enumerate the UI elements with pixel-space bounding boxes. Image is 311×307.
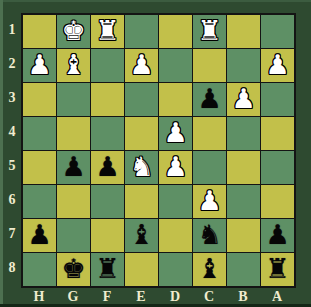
square-a2[interactable]: ♟ <box>261 49 294 82</box>
square-h5[interactable] <box>23 151 56 184</box>
square-f3[interactable] <box>91 83 124 116</box>
square-h1[interactable] <box>23 15 56 48</box>
square-d4[interactable]: ♟ <box>159 117 192 150</box>
rank-labels: 12345678 <box>3 13 21 285</box>
black-pawn-icon: ♟ <box>265 218 289 251</box>
chess-board: ♚♜♜♟♝♟♟♟♟♟♟♟♞♟♟♟♝♞♟♚♜♝♜ <box>21 13 296 288</box>
square-e1[interactable] <box>125 15 158 48</box>
square-a3[interactable] <box>261 83 294 116</box>
square-c4[interactable] <box>193 117 226 150</box>
rank-label-1: 1 <box>3 13 21 47</box>
rank-label-5: 5 <box>3 149 21 183</box>
square-d7[interactable] <box>159 219 192 252</box>
white-pawn-icon: ♟ <box>129 48 153 81</box>
square-c6[interactable]: ♟ <box>193 185 226 218</box>
white-pawn-icon: ♟ <box>27 48 51 81</box>
black-knight-icon: ♞ <box>197 218 221 251</box>
rank-label-7: 7 <box>3 217 21 251</box>
square-d6[interactable] <box>159 185 192 218</box>
black-rook-icon: ♜ <box>95 252 119 285</box>
black-pawn-icon: ♟ <box>61 150 85 183</box>
rank-label-8: 8 <box>3 251 21 285</box>
square-h8[interactable] <box>23 253 56 286</box>
rank-label-2: 2 <box>3 47 21 81</box>
black-bishop-icon: ♝ <box>129 218 153 251</box>
square-h6[interactable] <box>23 185 56 218</box>
square-a1[interactable] <box>261 15 294 48</box>
square-f2[interactable] <box>91 49 124 82</box>
square-a7[interactable]: ♟ <box>261 219 294 252</box>
white-rook-icon: ♜ <box>197 14 221 47</box>
square-d5[interactable]: ♟ <box>159 151 192 184</box>
square-h4[interactable] <box>23 117 56 150</box>
square-b7[interactable] <box>227 219 260 252</box>
square-f5[interactable]: ♟ <box>91 151 124 184</box>
white-bishop-icon: ♝ <box>61 48 85 81</box>
square-d8[interactable] <box>159 253 192 286</box>
square-g5[interactable]: ♟ <box>57 151 90 184</box>
square-g1[interactable]: ♚ <box>57 15 90 48</box>
rank-label-4: 4 <box>3 115 21 149</box>
square-e8[interactable] <box>125 253 158 286</box>
square-b4[interactable] <box>227 117 260 150</box>
square-c1[interactable]: ♜ <box>193 15 226 48</box>
square-g3[interactable] <box>57 83 90 116</box>
square-f7[interactable] <box>91 219 124 252</box>
rank-label-6: 6 <box>3 183 21 217</box>
square-f4[interactable] <box>91 117 124 150</box>
black-pawn-icon: ♟ <box>95 150 119 183</box>
white-pawn-icon: ♟ <box>197 184 221 217</box>
window-bevel-top <box>0 0 311 2</box>
black-pawn-icon: ♟ <box>197 82 221 115</box>
square-h2[interactable]: ♟ <box>23 49 56 82</box>
white-knight-icon: ♞ <box>129 150 153 183</box>
square-b1[interactable] <box>227 15 260 48</box>
square-e6[interactable] <box>125 185 158 218</box>
square-a6[interactable] <box>261 185 294 218</box>
square-b8[interactable] <box>227 253 260 286</box>
square-b6[interactable] <box>227 185 260 218</box>
square-h3[interactable] <box>23 83 56 116</box>
square-e3[interactable] <box>125 83 158 116</box>
square-c7[interactable]: ♞ <box>193 219 226 252</box>
black-rook-icon: ♜ <box>265 252 289 285</box>
square-c5[interactable] <box>193 151 226 184</box>
square-a8[interactable]: ♜ <box>261 253 294 286</box>
square-f6[interactable] <box>91 185 124 218</box>
square-h7[interactable]: ♟ <box>23 219 56 252</box>
square-a4[interactable] <box>261 117 294 150</box>
white-pawn-icon: ♟ <box>265 48 289 81</box>
square-g4[interactable] <box>57 117 90 150</box>
white-king-icon: ♚ <box>61 14 85 47</box>
square-g8[interactable]: ♚ <box>57 253 90 286</box>
square-e5[interactable]: ♞ <box>125 151 158 184</box>
black-bishop-icon: ♝ <box>197 252 221 285</box>
white-rook-icon: ♜ <box>95 14 119 47</box>
square-f8[interactable]: ♜ <box>91 253 124 286</box>
chess-window: 12345678 ♚♜♜♟♝♟♟♟♟♟♟♟♞♟♟♟♝♞♟♚♜♝♜ HGFEDCB… <box>0 0 311 307</box>
square-g7[interactable] <box>57 219 90 252</box>
square-d3[interactable] <box>159 83 192 116</box>
square-a5[interactable] <box>261 151 294 184</box>
square-e7[interactable]: ♝ <box>125 219 158 252</box>
square-c3[interactable]: ♟ <box>193 83 226 116</box>
black-pawn-icon: ♟ <box>27 218 51 251</box>
square-d1[interactable] <box>159 15 192 48</box>
square-b2[interactable] <box>227 49 260 82</box>
square-b3[interactable]: ♟ <box>227 83 260 116</box>
black-king-icon: ♚ <box>61 252 85 285</box>
square-g2[interactable]: ♝ <box>57 49 90 82</box>
white-pawn-icon: ♟ <box>231 82 255 115</box>
square-g6[interactable] <box>57 185 90 218</box>
square-c8[interactable]: ♝ <box>193 253 226 286</box>
square-d2[interactable] <box>159 49 192 82</box>
white-pawn-icon: ♟ <box>163 116 187 149</box>
square-e4[interactable] <box>125 117 158 150</box>
square-f1[interactable]: ♜ <box>91 15 124 48</box>
square-c2[interactable] <box>193 49 226 82</box>
square-e2[interactable]: ♟ <box>125 49 158 82</box>
rank-label-3: 3 <box>3 81 21 115</box>
square-b5[interactable] <box>227 151 260 184</box>
white-pawn-icon: ♟ <box>163 150 187 183</box>
